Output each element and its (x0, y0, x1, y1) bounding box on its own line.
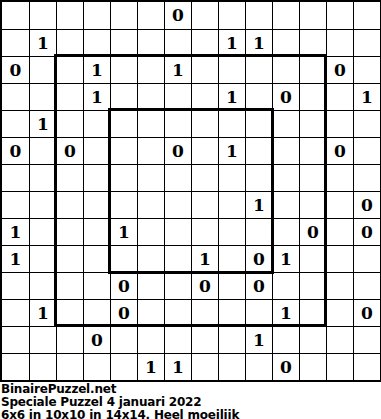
cell-r9c6[interactable] (164, 245, 191, 272)
cell-r2c11[interactable] (299, 56, 326, 83)
cell-r4c11[interactable] (299, 110, 326, 137)
cell-r4c10[interactable] (272, 110, 299, 137)
cell-r2c8[interactable] (218, 56, 245, 83)
cell-r8c10[interactable] (272, 218, 299, 245)
cell-r12c6[interactable] (164, 326, 191, 353)
cell-r10c12[interactable] (326, 272, 353, 299)
puzzle-board: 0111011011011000101011001101000101001110 (0, 0, 381, 382)
cell-r4c5[interactable] (137, 110, 164, 137)
cell-r7c6[interactable] (164, 191, 191, 218)
cell-r8c0: 1 (2, 218, 29, 245)
cell-r3c3: 1 (83, 83, 110, 110)
cell-r5c4[interactable] (110, 137, 137, 164)
cell-r13c9[interactable] (245, 353, 272, 380)
cell-r6c0[interactable] (2, 164, 29, 191)
cell-r2c9[interactable] (245, 56, 272, 83)
cell-r10c9: 0 (245, 272, 272, 299)
cell-r11c13: 0 (353, 299, 380, 326)
cell-r2c13[interactable] (353, 56, 380, 83)
cell-r7c13: 0 (353, 191, 380, 218)
cell-r1c12[interactable] (326, 29, 353, 56)
cell-r7c9: 1 (245, 191, 272, 218)
cell-r12c2[interactable] (56, 326, 83, 353)
cell-r6c6[interactable] (164, 164, 191, 191)
cell-r10c11[interactable] (299, 272, 326, 299)
cell-r12c7[interactable] (191, 326, 218, 353)
cell-r3c13: 1 (353, 83, 380, 110)
cell-r12c13[interactable] (353, 326, 380, 353)
cell-r6c13[interactable] (353, 164, 380, 191)
cell-r1c13[interactable] (353, 29, 380, 56)
cell-r1c11[interactable] (299, 29, 326, 56)
cell-r4c3[interactable] (83, 110, 110, 137)
cell-r1c7[interactable] (191, 29, 218, 56)
cell-r11c10: 1 (272, 299, 299, 326)
cell-r4c0[interactable] (2, 110, 29, 137)
cell-r4c2[interactable] (56, 110, 83, 137)
cell-r3c5[interactable] (137, 83, 164, 110)
cell-r4c13[interactable] (353, 110, 380, 137)
cell-r13c4[interactable] (110, 353, 137, 380)
cell-r9c8[interactable] (218, 245, 245, 272)
cell-r2c3: 1 (83, 56, 110, 83)
cell-r9c11[interactable] (299, 245, 326, 272)
cell-r10c5[interactable] (137, 272, 164, 299)
cell-r13c12[interactable] (326, 353, 353, 380)
cell-r12c5[interactable] (137, 326, 164, 353)
cell-r7c1[interactable] (29, 191, 56, 218)
cell-r12c1[interactable] (29, 326, 56, 353)
cell-r7c4[interactable] (110, 191, 137, 218)
cell-r6c9[interactable] (245, 164, 272, 191)
cell-r0c4[interactable] (110, 2, 137, 29)
cell-r5c6: 0 (164, 137, 191, 164)
cell-r5c2: 0 (56, 137, 83, 164)
cell-r12c3: 0 (83, 326, 110, 353)
cell-r0c9[interactable] (245, 2, 272, 29)
cell-r11c3[interactable] (83, 299, 110, 326)
cell-r13c10: 0 (272, 353, 299, 380)
cell-r12c9: 1 (245, 326, 272, 353)
cell-r10c10[interactable] (272, 272, 299, 299)
cell-r8c13: 0 (353, 218, 380, 245)
cell-r4c7[interactable] (191, 110, 218, 137)
cell-r11c8[interactable] (218, 299, 245, 326)
cell-r12c0[interactable] (2, 326, 29, 353)
cell-r7c10[interactable] (272, 191, 299, 218)
cell-r0c10[interactable] (272, 2, 299, 29)
cell-r1c4[interactable] (110, 29, 137, 56)
cell-r7c2[interactable] (56, 191, 83, 218)
cell-r2c5[interactable] (137, 56, 164, 83)
cell-r11c6[interactable] (164, 299, 191, 326)
cell-r2c0: 0 (2, 56, 29, 83)
cell-r10c8[interactable] (218, 272, 245, 299)
cell-r6c10[interactable] (272, 164, 299, 191)
cell-r9c12[interactable] (326, 245, 353, 272)
cell-r8c6[interactable] (164, 218, 191, 245)
cell-r12c12[interactable] (326, 326, 353, 353)
cell-r1c1: 1 (29, 29, 56, 56)
cell-r2c4[interactable] (110, 56, 137, 83)
cell-r6c11[interactable] (299, 164, 326, 191)
cell-r4c8[interactable] (218, 110, 245, 137)
cell-r13c11[interactable] (299, 353, 326, 380)
cell-r4c4[interactable] (110, 110, 137, 137)
cell-r5c12: 0 (326, 137, 353, 164)
cell-r9c9: 0 (245, 245, 272, 272)
cell-r5c9[interactable] (245, 137, 272, 164)
cell-r6c2[interactable] (56, 164, 83, 191)
cell-r11c4: 0 (110, 299, 137, 326)
binary-puzzle-page: 0111011011011000101011001101000101001110… (0, 0, 381, 419)
cell-r1c6[interactable] (164, 29, 191, 56)
cell-r1c3[interactable] (83, 29, 110, 56)
cell-r10c1[interactable] (29, 272, 56, 299)
cell-r8c3[interactable] (83, 218, 110, 245)
cell-r0c6: 0 (164, 2, 191, 29)
cell-r10c6[interactable] (164, 272, 191, 299)
cell-r10c4: 0 (110, 272, 137, 299)
cell-r5c1[interactable] (29, 137, 56, 164)
cell-r0c1[interactable] (29, 2, 56, 29)
cell-r10c13[interactable] (353, 272, 380, 299)
cell-r7c7[interactable] (191, 191, 218, 218)
cell-r5c5[interactable] (137, 137, 164, 164)
cell-r9c5[interactable] (137, 245, 164, 272)
cell-r6c12[interactable] (326, 164, 353, 191)
cell-r7c8[interactable] (218, 191, 245, 218)
cell-r0c11[interactable] (299, 2, 326, 29)
cell-r8c9[interactable] (245, 218, 272, 245)
cell-r5c13[interactable] (353, 137, 380, 164)
cell-r5c3[interactable] (83, 137, 110, 164)
cell-r8c11: 0 (299, 218, 326, 245)
cell-r6c1[interactable] (29, 164, 56, 191)
cell-r4c1: 1 (29, 110, 56, 137)
cell-r5c7[interactable] (191, 137, 218, 164)
cell-r13c5: 1 (137, 353, 164, 380)
cell-r2c10[interactable] (272, 56, 299, 83)
cell-r12c4[interactable] (110, 326, 137, 353)
cell-r1c0[interactable] (2, 29, 29, 56)
puzzle-spec: 6x6 in 10x10 in 14x14, Heel moeilijk (1, 409, 380, 419)
cell-r12c8[interactable] (218, 326, 245, 353)
cell-r3c0[interactable] (2, 83, 29, 110)
cell-r3c12[interactable] (326, 83, 353, 110)
cell-r0c2[interactable] (56, 2, 83, 29)
cell-r8c1[interactable] (29, 218, 56, 245)
cell-r13c13[interactable] (353, 353, 380, 380)
cell-r6c7[interactable] (191, 164, 218, 191)
cell-r4c6[interactable] (164, 110, 191, 137)
cell-r11c2[interactable] (56, 299, 83, 326)
cell-r7c0[interactable] (2, 191, 29, 218)
cell-r13c2[interactable] (56, 353, 83, 380)
cell-r10c2[interactable] (56, 272, 83, 299)
cell-r10c7: 0 (191, 272, 218, 299)
cell-r9c2[interactable] (56, 245, 83, 272)
cell-r5c10[interactable] (272, 137, 299, 164)
cell-r9c3[interactable] (83, 245, 110, 272)
cell-r8c4: 1 (110, 218, 137, 245)
cell-r0c13[interactable] (353, 2, 380, 29)
cell-r5c11[interactable] (299, 137, 326, 164)
cell-r6c3[interactable] (83, 164, 110, 191)
cell-r8c8[interactable] (218, 218, 245, 245)
cell-r13c0[interactable] (2, 353, 29, 380)
cell-r0c3[interactable] (83, 2, 110, 29)
cell-r6c4[interactable] (110, 164, 137, 191)
cell-r9c13[interactable] (353, 245, 380, 272)
cell-r7c3[interactable] (83, 191, 110, 218)
cell-r3c8: 1 (218, 83, 245, 110)
cell-r2c12: 0 (326, 56, 353, 83)
cell-r1c8: 1 (218, 29, 245, 56)
cell-r13c1[interactable] (29, 353, 56, 380)
cell-r7c12[interactable] (326, 191, 353, 218)
cell-r0c5[interactable] (137, 2, 164, 29)
cell-r13c8[interactable] (218, 353, 245, 380)
cell-r1c9: 1 (245, 29, 272, 56)
cell-r13c6: 1 (164, 353, 191, 380)
cell-r9c4[interactable] (110, 245, 137, 272)
puzzle-grid: 0111011011011000101011001101000101001110 (0, 0, 381, 382)
cell-r9c0: 1 (2, 245, 29, 272)
cell-r13c7[interactable] (191, 353, 218, 380)
cell-r4c9[interactable] (245, 110, 272, 137)
cell-r10c0[interactable] (2, 272, 29, 299)
cell-r2c2[interactable] (56, 56, 83, 83)
cell-r5c8: 1 (218, 137, 245, 164)
cell-r10c3[interactable] (83, 272, 110, 299)
cell-r9c7: 1 (191, 245, 218, 272)
cell-r2c7[interactable] (191, 56, 218, 83)
caption: BinairePuzzel.net Speciale Puzzel 4 janu… (0, 382, 381, 419)
cell-r7c5[interactable] (137, 191, 164, 218)
cell-r11c1: 1 (29, 299, 56, 326)
cell-r3c11[interactable] (299, 83, 326, 110)
cell-r9c10: 1 (272, 245, 299, 272)
cell-r3c10: 0 (272, 83, 299, 110)
cell-r3c4[interactable] (110, 83, 137, 110)
cell-r1c10[interactable] (272, 29, 299, 56)
cell-r11c11[interactable] (299, 299, 326, 326)
cell-r6c5[interactable] (137, 164, 164, 191)
cell-r11c12[interactable] (326, 299, 353, 326)
cell-r0c0[interactable] (2, 2, 29, 29)
cell-r3c9[interactable] (245, 83, 272, 110)
cell-r1c5[interactable] (137, 29, 164, 56)
cell-r9c1[interactable] (29, 245, 56, 272)
cell-r8c2[interactable] (56, 218, 83, 245)
cell-r1c2[interactable] (56, 29, 83, 56)
cell-r3c2[interactable] (56, 83, 83, 110)
cell-r2c6: 1 (164, 56, 191, 83)
cell-r0c8[interactable] (218, 2, 245, 29)
cell-r3c6[interactable] (164, 83, 191, 110)
cell-r13c3[interactable] (83, 353, 110, 380)
cell-r6c8[interactable] (218, 164, 245, 191)
cell-r12c10[interactable] (272, 326, 299, 353)
cell-r2c1[interactable] (29, 56, 56, 83)
cell-r3c7[interactable] (191, 83, 218, 110)
cell-r12c11[interactable] (299, 326, 326, 353)
cell-r8c5[interactable] (137, 218, 164, 245)
cell-r5c0: 0 (2, 137, 29, 164)
cell-r8c7[interactable] (191, 218, 218, 245)
cell-r4c12[interactable] (326, 110, 353, 137)
cell-r11c0[interactable] (2, 299, 29, 326)
cell-r11c5[interactable] (137, 299, 164, 326)
cell-r11c9[interactable] (245, 299, 272, 326)
cell-r0c12[interactable] (326, 2, 353, 29)
cell-r3c1[interactable] (29, 83, 56, 110)
cell-r0c7[interactable] (191, 2, 218, 29)
cell-r7c11[interactable] (299, 191, 326, 218)
cell-r11c7[interactable] (191, 299, 218, 326)
cell-r8c12[interactable] (326, 218, 353, 245)
